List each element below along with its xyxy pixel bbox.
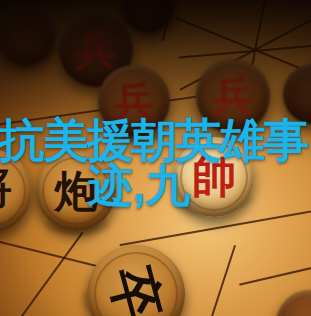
piece-character: 兵 (76, 30, 116, 70)
xiangqi-piece-black-soldier: 卒 (87, 245, 185, 316)
caption-line-2: 迹,九 (88, 163, 191, 208)
piece-character: 將 (0, 165, 12, 209)
piece-character: 卒 (103, 261, 169, 316)
xiangqi-piece-silhouette (276, 290, 311, 316)
xiangqi-piece-back (0, 6, 56, 66)
board-line (239, 262, 311, 285)
board-line (208, 245, 236, 316)
caption-line-1: 抗美援朝英雄事 (0, 117, 307, 163)
piece-character: 兵 (213, 76, 253, 116)
video-thumbnail-xiangqi-photo[interactable]: 兵 兵 兵 帥 炮 將 卒 抗美援朝英雄事 迹,九 (0, 0, 311, 316)
